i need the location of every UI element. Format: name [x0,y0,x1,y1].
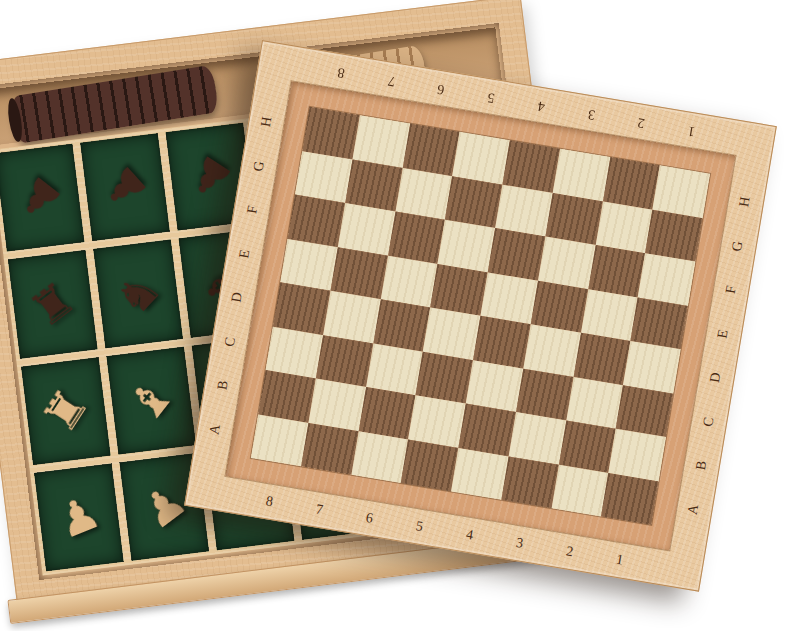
board-square [501,456,558,508]
tray-compartment: ♝ [106,346,196,454]
tray-compartment: ♟ [80,133,170,241]
dark-rook-piece: ♜ [22,273,83,335]
dark-stack-end-cap [6,97,25,142]
tray-compartment: ♜ [8,250,98,358]
coordinate-label: E [236,248,253,259]
coordinate-label: E [715,328,732,339]
coordinate-label: H [258,116,275,129]
coordinate-label: 2 [637,114,647,131]
board-square [301,422,358,474]
coordinate-label: B [693,460,710,472]
dark-pawn-piece: ♟ [9,167,70,229]
coordinate-label: 2 [565,543,575,560]
coordinate-label: C [222,336,239,348]
light-pawn-piece: ♟ [51,488,106,546]
tray-compartment: ♟ [0,144,84,252]
tray-compartment: ♞ [93,240,183,348]
product-photo: ♟♟♟♟♜♞♝♜♝♟♟♟ 87654321 87654321 HGFEDCBA … [0,0,793,631]
light-rook-piece: ♜ [35,381,96,441]
coordinate-label: F [722,285,739,295]
coordinate-label: F [244,205,261,215]
coordinate-label: 4 [537,97,547,114]
coordinate-label: 3 [587,105,597,122]
board-square [551,464,608,516]
board-square [351,431,408,483]
coordinate-label: D [229,291,246,304]
coordinate-label: C [700,416,717,428]
coordinate-label: H [737,196,754,209]
light-bishop-piece: ♝ [120,370,182,431]
tray-compartment: ♟ [34,463,124,571]
coordinate-label: 3 [515,534,525,551]
coordinate-label: G [251,160,268,173]
coordinate-label: 7 [315,501,325,518]
dark-pawn-piece: ♟ [94,157,156,218]
dark-pawn-piece: ♟ [181,146,241,207]
coordinate-label: 5 [487,89,497,106]
coordinate-label: G [729,240,746,253]
board-grid [251,107,710,525]
coordinate-label: A [685,503,702,516]
board-square [251,414,308,466]
coordinate-label: 5 [415,518,425,535]
coordinate-label: B [214,380,231,392]
coordinate-label: 8 [336,64,346,81]
coordinate-label: D [707,371,724,384]
dark-knight-piece: ♞ [107,263,169,325]
coordinate-label: 6 [437,80,447,97]
board-square [601,473,658,525]
coordinate-label: 7 [386,72,396,89]
coordinate-label: 1 [615,551,625,568]
tray-compartment: ♜ [21,357,111,465]
coordinate-label: 8 [265,493,275,510]
coordinate-label: 4 [465,526,475,543]
board-square [451,448,508,500]
coordinate-label: 1 [687,122,697,139]
chess-board-lid: 87654321 87654321 HGFEDCBA HGFEDCBA [184,40,777,592]
light-pawn-piece: ♟ [134,476,195,538]
coordinate-label: 6 [365,509,375,526]
board-square [401,439,458,491]
coordinate-label: A [207,423,224,436]
